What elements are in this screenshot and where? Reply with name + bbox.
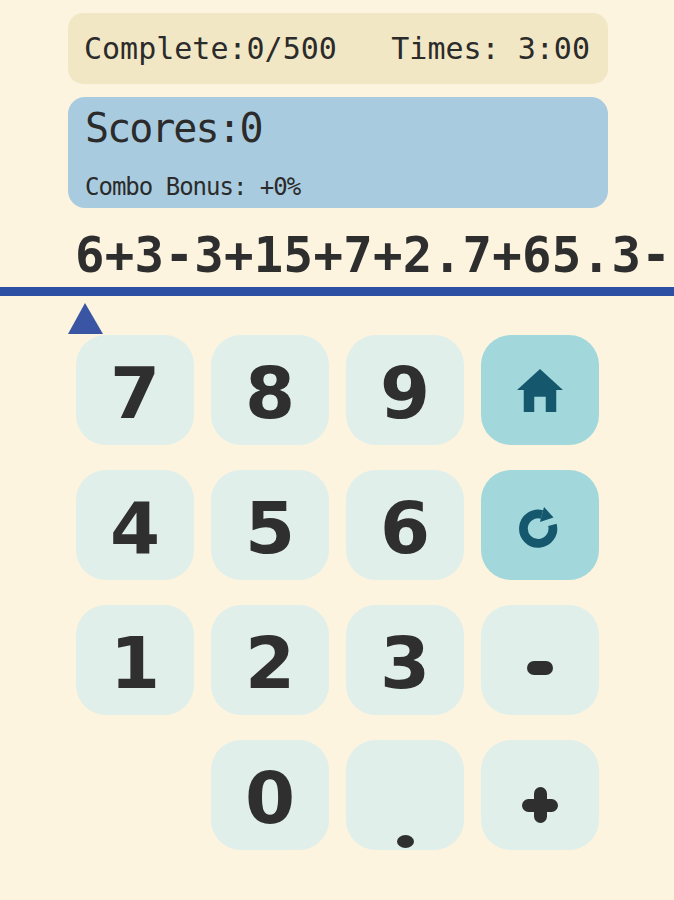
key-1[interactable]: 1 xyxy=(76,605,194,715)
combo-bonus: Combo Bonus: +0% xyxy=(85,173,300,201)
key-label: 4 xyxy=(110,480,160,570)
home-button[interactable] xyxy=(481,335,599,445)
key-label: 9 xyxy=(380,345,430,435)
key-0[interactable]: 0 xyxy=(211,740,329,850)
key-dot[interactable] xyxy=(346,740,464,850)
home-icon xyxy=(516,368,564,412)
key-7[interactable]: 7 xyxy=(76,335,194,445)
key-minus[interactable] xyxy=(481,605,599,715)
key-3[interactable]: 3 xyxy=(346,605,464,715)
key-label: 8 xyxy=(245,345,295,435)
key-label: 5 xyxy=(245,480,295,570)
dot-glyph xyxy=(397,835,414,848)
keypad: 789 456 1230 xyxy=(76,335,599,850)
restart-button[interactable] xyxy=(481,470,599,580)
refresh-icon xyxy=(517,502,563,548)
key-5[interactable]: 5 xyxy=(211,470,329,580)
key-label: 3 xyxy=(380,615,430,705)
status-panel: Complete:0/500 Times: 3:00 xyxy=(68,13,608,84)
position-pointer-triangle xyxy=(68,303,103,334)
key-4[interactable]: 4 xyxy=(76,470,194,580)
score-panel: Scores:0 Combo Bonus: +0% xyxy=(68,97,608,208)
key-label: 7 xyxy=(110,345,160,435)
equation-display: 6+3-3+15+7+2.7+65.3- xyxy=(75,228,674,284)
complete-counter: Complete:0/500 xyxy=(84,31,337,66)
key-plus[interactable] xyxy=(481,740,599,850)
time-remaining: Times: 3:00 xyxy=(391,31,590,66)
equation-track-line xyxy=(0,287,674,296)
minus-glyph xyxy=(527,661,553,675)
key-8[interactable]: 8 xyxy=(211,335,329,445)
key-label: 6 xyxy=(380,480,430,570)
key-label: 1 xyxy=(110,615,160,705)
game-screen: Complete:0/500 Times: 3:00 Scores:0 Comb… xyxy=(0,0,674,900)
key-9[interactable]: 9 xyxy=(346,335,464,445)
key-label: 2 xyxy=(245,615,295,705)
plus-glyph xyxy=(522,799,558,812)
keypad-empty-cell xyxy=(76,740,194,850)
key-2[interactable]: 2 xyxy=(211,605,329,715)
key-6[interactable]: 6 xyxy=(346,470,464,580)
key-label: 0 xyxy=(245,750,295,840)
score-value: Scores:0 xyxy=(85,105,262,151)
